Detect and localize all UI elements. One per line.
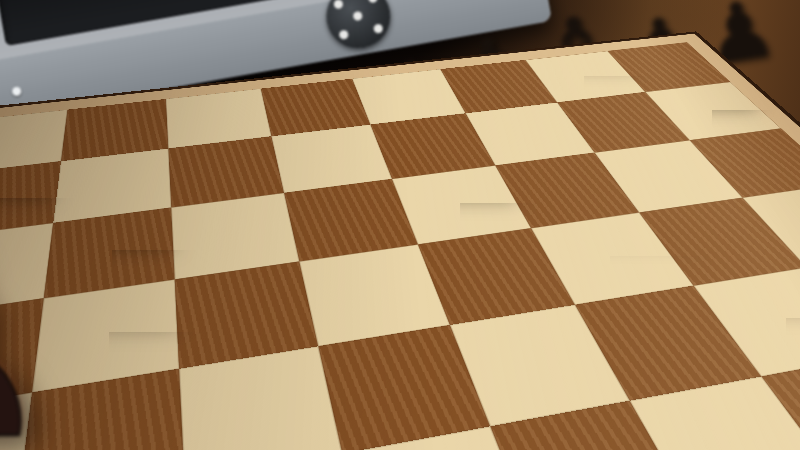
photo-stage: ♟♟♝♟♟ ♜♟♟♟♟♟♛♞♜♟♟ — [0, 0, 800, 450]
square-b6[interactable]: ♟ — [44, 208, 175, 299]
chess-board: ♜♟♟♟♟♟♛♞♜♟♟ — [0, 34, 800, 450]
square-e4[interactable] — [450, 305, 630, 427]
square-c6[interactable] — [171, 193, 299, 280]
square-b4[interactable] — [17, 369, 185, 450]
board-scene: ♜♟♟♟♟♟♛♞♜♟♟ — [0, 0, 800, 450]
square-g4[interactable]: ♟ — [694, 267, 800, 376]
